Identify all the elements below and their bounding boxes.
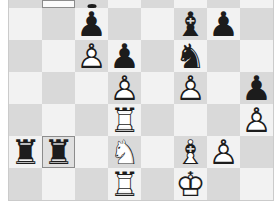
black-rook-glyph: ♜ (42, 136, 75, 168)
square-f1[interactable]: ♚♔ (174, 168, 207, 200)
black-rook-glyph: ♜ (9, 136, 42, 168)
piece-white-pawn[interactable]: ♟♙ (174, 72, 207, 104)
black-pawn-glyph: ♟ (207, 8, 240, 40)
square-d7[interactable] (108, 0, 141, 8)
white-king-outline: ♔ (174, 168, 207, 200)
square-a5[interactable] (9, 40, 42, 72)
square-c4[interactable] (75, 72, 108, 104)
square-e5[interactable] (141, 40, 174, 72)
square-c1[interactable] (75, 168, 108, 200)
square-e7[interactable] (141, 0, 174, 8)
square-a2[interactable]: ♜ (9, 136, 42, 168)
piece-black-rook[interactable]: ♜ (9, 136, 42, 168)
white-rook-outline: ♖ (108, 168, 141, 200)
chess-diagram: ♟♝♟♟♙♟♞♟♙♟♙♟♜♖♟♙♜♜♞♘♝♗♟♙♜♖♚♔ (0, 0, 280, 205)
square-g6[interactable]: ♟ (207, 8, 240, 40)
square-e4[interactable] (141, 72, 174, 104)
piece-white-pawn[interactable]: ♟♙ (207, 136, 240, 168)
square-a1[interactable] (9, 168, 42, 200)
square-c3[interactable] (75, 104, 108, 136)
square-a7[interactable] (9, 0, 42, 8)
square-h2[interactable] (240, 136, 273, 168)
square-a6[interactable] (9, 8, 42, 40)
square-h6[interactable] (240, 8, 273, 40)
square-g4[interactable] (207, 72, 240, 104)
square-g1[interactable] (207, 168, 240, 200)
square-b7[interactable] (42, 0, 75, 8)
white-pawn-outline: ♙ (207, 136, 240, 168)
square-f4[interactable]: ♟♙ (174, 72, 207, 104)
piece-white-king[interactable]: ♚♔ (174, 168, 207, 200)
square-g5[interactable] (207, 40, 240, 72)
square-b4[interactable] (42, 72, 75, 104)
square-e2[interactable] (141, 136, 174, 168)
square-h3[interactable]: ♟♙ (240, 104, 273, 136)
square-e3[interactable] (141, 104, 174, 136)
piece-white-pawn[interactable]: ♟♙ (240, 104, 273, 136)
square-h7[interactable] (240, 0, 273, 8)
square-g2[interactable]: ♟♙ (207, 136, 240, 168)
chessboard[interactable]: ♟♝♟♟♙♟♞♟♙♟♙♟♜♖♟♙♜♜♞♘♝♗♟♙♜♖♚♔ (8, 0, 274, 201)
square-c5[interactable]: ♟♙ (75, 40, 108, 72)
square-h1[interactable] (240, 168, 273, 200)
square-b5[interactable] (42, 40, 75, 72)
square-b2[interactable]: ♜ (42, 136, 75, 168)
white-pawn-outline: ♙ (75, 40, 108, 72)
square-a4[interactable] (9, 72, 42, 104)
square-d1[interactable]: ♜♖ (108, 168, 141, 200)
square-b1[interactable] (42, 168, 75, 200)
square-e1[interactable] (141, 168, 174, 200)
square-b6[interactable] (42, 8, 75, 40)
piece-black-pawn[interactable]: ♟ (207, 8, 240, 40)
square-c2[interactable] (75, 136, 108, 168)
square-e6[interactable] (141, 8, 174, 40)
white-pawn-outline: ♙ (174, 72, 207, 104)
white-pawn-outline: ♙ (240, 104, 273, 136)
piece-white-pawn[interactable]: ♟♙ (75, 40, 108, 72)
piece-white-rook[interactable]: ♜♖ (108, 168, 141, 200)
piece-black-rook[interactable]: ♜ (42, 136, 75, 168)
